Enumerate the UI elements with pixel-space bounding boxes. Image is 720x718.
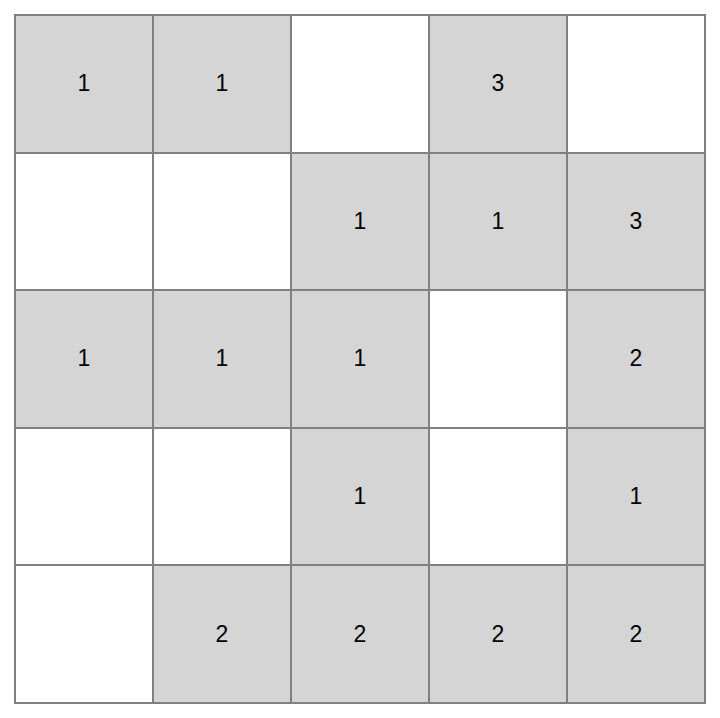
clue-cell-r1c2[interactable]: 1 <box>154 16 290 152</box>
clue-cell-r5c5[interactable]: 2 <box>568 566 704 702</box>
clue-cell-r1c4[interactable]: 3 <box>430 16 566 152</box>
clue-cell-r1c1[interactable]: 1 <box>16 16 152 152</box>
empty-cell-r1c5[interactable] <box>568 16 704 152</box>
empty-cell-r2c1[interactable] <box>16 154 152 290</box>
clue-cell-r4c3[interactable]: 1 <box>292 429 428 565</box>
empty-cell-r4c4[interactable] <box>430 429 566 565</box>
page: 1131131112112222 <box>0 0 720 718</box>
clue-cell-r2c5[interactable]: 3 <box>568 154 704 290</box>
empty-cell-r1c3[interactable] <box>292 16 428 152</box>
clue-cell-r3c1[interactable]: 1 <box>16 291 152 427</box>
clue-cell-r5c3[interactable]: 2 <box>292 566 428 702</box>
empty-cell-r3c4[interactable] <box>430 291 566 427</box>
clue-cell-r3c2[interactable]: 1 <box>154 291 290 427</box>
empty-cell-r4c2[interactable] <box>154 429 290 565</box>
clue-cell-r2c3[interactable]: 1 <box>292 154 428 290</box>
clue-cell-r3c5[interactable]: 2 <box>568 291 704 427</box>
clue-cell-r5c4[interactable]: 2 <box>430 566 566 702</box>
empty-cell-r4c1[interactable] <box>16 429 152 565</box>
clue-cell-r5c2[interactable]: 2 <box>154 566 290 702</box>
empty-cell-r2c2[interactable] <box>154 154 290 290</box>
puzzle-board: 1131131112112222 <box>14 14 706 704</box>
clue-cell-r4c5[interactable]: 1 <box>568 429 704 565</box>
clue-cell-r3c3[interactable]: 1 <box>292 291 428 427</box>
empty-cell-r5c1[interactable] <box>16 566 152 702</box>
clue-cell-r2c4[interactable]: 1 <box>430 154 566 290</box>
